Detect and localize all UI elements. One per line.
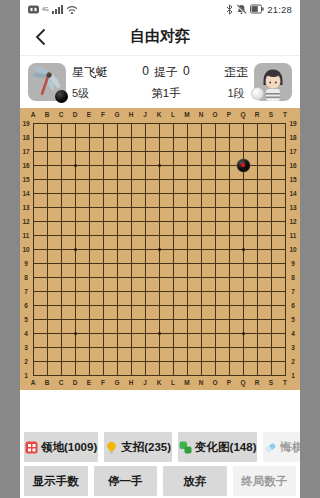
board-cell-G11[interactable] [110,228,124,242]
board-cell-T1[interactable] [278,368,292,382]
board-cell-A6[interactable] [26,298,40,312]
board-cell-M9[interactable] [180,256,194,270]
board-cell-K2[interactable] [152,354,166,368]
board-cell-T18[interactable] [278,130,292,144]
board-cell-P18[interactable] [222,130,236,144]
board-cell-L14[interactable] [166,186,180,200]
board-cell-A8[interactable] [26,270,40,284]
board-cell-R2[interactable] [250,354,264,368]
board-cell-Q1[interactable] [236,368,250,382]
board-cell-H10[interactable] [124,242,138,256]
board-cell-M5[interactable] [180,312,194,326]
board-cell-L10[interactable] [166,242,180,256]
board-cell-B6[interactable] [40,298,54,312]
board-cell-C13[interactable] [54,200,68,214]
board-cell-G3[interactable] [110,340,124,354]
board-cell-R6[interactable] [250,298,264,312]
board-cell-P14[interactable] [222,186,236,200]
board-cell-G15[interactable] [110,172,124,186]
board-cell-E19[interactable] [82,116,96,130]
variation-button[interactable]: 变化图(148) [178,432,257,462]
board-cell-O1[interactable] [208,368,222,382]
board-cell-B3[interactable] [40,340,54,354]
board-cell-A2[interactable] [26,354,40,368]
board-cell-C3[interactable] [54,340,68,354]
board-cell-F14[interactable] [96,186,110,200]
board-cell-C5[interactable] [54,312,68,326]
board-cell-S18[interactable] [264,130,278,144]
board-cell-D6[interactable] [68,298,82,312]
board-cell-R12[interactable] [250,214,264,228]
board-cell-M11[interactable] [180,228,194,242]
board-cell-R19[interactable] [250,116,264,130]
board-cell-H4[interactable] [124,326,138,340]
board-cell-M10[interactable] [180,242,194,256]
board-cell-B1[interactable] [40,368,54,382]
board-cell-S8[interactable] [264,270,278,284]
board-cell-B18[interactable] [40,130,54,144]
board-cell-D18[interactable] [68,130,82,144]
board-cell-K5[interactable] [152,312,166,326]
board-cell-L17[interactable] [166,144,180,158]
board-cell-H15[interactable] [124,172,138,186]
board-cell-N7[interactable] [194,284,208,298]
board-cell-S19[interactable] [264,116,278,130]
board-cell-O15[interactable] [208,172,222,186]
board-cell-R18[interactable] [250,130,264,144]
board-cell-H1[interactable] [124,368,138,382]
board-cell-B19[interactable] [40,116,54,130]
board-cell-D7[interactable] [68,284,82,298]
board-cell-C14[interactable] [54,186,68,200]
board-cell-E1[interactable] [82,368,96,382]
board-cell-R15[interactable] [250,172,264,186]
board-cell-E10[interactable] [82,242,96,256]
board-cell-L13[interactable] [166,200,180,214]
board-cell-T14[interactable] [278,186,292,200]
board-cell-F3[interactable] [96,340,110,354]
board-cell-H11[interactable] [124,228,138,242]
board-cell-F4[interactable] [96,326,110,340]
board-cell-H12[interactable] [124,214,138,228]
board-cell-S2[interactable] [264,354,278,368]
board-cell-E7[interactable] [82,284,96,298]
board-cell-L8[interactable] [166,270,180,284]
board-cell-H14[interactable] [124,186,138,200]
board-cell-T12[interactable] [278,214,292,228]
board-cell-N19[interactable] [194,116,208,130]
board-cell-G10[interactable] [110,242,124,256]
board-cell-H17[interactable] [124,144,138,158]
board-cell-A14[interactable] [26,186,40,200]
board-cell-K18[interactable] [152,130,166,144]
board-cell-D19[interactable] [68,116,82,130]
board-cell-K6[interactable] [152,298,166,312]
board-cell-O3[interactable] [208,340,222,354]
board-cell-M18[interactable] [180,130,194,144]
board-cell-J6[interactable] [138,298,152,312]
board-cell-T8[interactable] [278,270,292,284]
board-cell-G1[interactable] [110,368,124,382]
board-cell-T15[interactable] [278,172,292,186]
board-cell-S10[interactable] [264,242,278,256]
board-cell-E17[interactable] [82,144,96,158]
board-cell-S13[interactable] [264,200,278,214]
board-cell-S5[interactable] [264,312,278,326]
board-cell-D15[interactable] [68,172,82,186]
board-cell-P4[interactable] [222,326,236,340]
board-cell-A5[interactable] [26,312,40,326]
board-cell-O4[interactable] [208,326,222,340]
board-cell-H19[interactable] [124,116,138,130]
board-cell-B2[interactable] [40,354,54,368]
board-cell-H6[interactable] [124,298,138,312]
board-cell-K13[interactable] [152,200,166,214]
board-cell-N2[interactable] [194,354,208,368]
board-cell-F2[interactable] [96,354,110,368]
board-cell-A11[interactable] [26,228,40,242]
board-cell-K11[interactable] [152,228,166,242]
board-cell-N8[interactable] [194,270,208,284]
board-cell-B14[interactable] [40,186,54,200]
board-cell-T11[interactable] [278,228,292,242]
board-cell-Q8[interactable] [236,270,250,284]
board-cell-C7[interactable] [54,284,68,298]
board-cell-F12[interactable] [96,214,110,228]
board-cell-B15[interactable] [40,172,54,186]
board-cell-L19[interactable] [166,116,180,130]
board-cell-A13[interactable] [26,200,40,214]
undo-button[interactable]: 悔棋(494) [263,432,300,462]
board-cell-P5[interactable] [222,312,236,326]
board-cell-Q19[interactable] [236,116,250,130]
board-cell-C8[interactable] [54,270,68,284]
board-cell-G5[interactable] [110,312,124,326]
board-cell-J4[interactable] [138,326,152,340]
board-cell-D16[interactable] [68,158,82,172]
board-cell-B11[interactable] [40,228,54,242]
board-cell-O14[interactable] [208,186,222,200]
board-cell-F18[interactable] [96,130,110,144]
board-cell-N4[interactable] [194,326,208,340]
board-cell-O5[interactable] [208,312,222,326]
territory-button[interactable]: 领地(1009) [24,432,98,462]
board-cell-C4[interactable] [54,326,68,340]
board-cell-P7[interactable] [222,284,236,298]
board-cell-F16[interactable] [96,158,110,172]
board-cell-F15[interactable] [96,172,110,186]
board-cell-A10[interactable] [26,242,40,256]
board-cell-C6[interactable] [54,298,68,312]
board-cell-F6[interactable] [96,298,110,312]
board-cell-B12[interactable] [40,214,54,228]
board-cell-L18[interactable] [166,130,180,144]
board-cell-J12[interactable] [138,214,152,228]
board-cell-R10[interactable] [250,242,264,256]
board-cell-F1[interactable] [96,368,110,382]
board-cell-K14[interactable] [152,186,166,200]
board-cell-R11[interactable] [250,228,264,242]
board-cell-J7[interactable] [138,284,152,298]
board-cell-P10[interactable] [222,242,236,256]
board-cell-C18[interactable] [54,130,68,144]
board-cell-N13[interactable] [194,200,208,214]
board-cell-P1[interactable] [222,368,236,382]
board-cell-E6[interactable] [82,298,96,312]
board-cell-H2[interactable] [124,354,138,368]
board-cell-E11[interactable] [82,228,96,242]
board-cell-G19[interactable] [110,116,124,130]
board-cell-C1[interactable] [54,368,68,382]
board-cell-T19[interactable] [278,116,292,130]
board-cell-J17[interactable] [138,144,152,158]
board-cell-K8[interactable] [152,270,166,284]
board-cell-O19[interactable] [208,116,222,130]
board-cell-E5[interactable] [82,312,96,326]
board-cell-S6[interactable] [264,298,278,312]
board-cell-N16[interactable] [194,158,208,172]
board-cell-G9[interactable] [110,256,124,270]
board-cell-L4[interactable] [166,326,180,340]
board-cell-O16[interactable] [208,158,222,172]
board-cell-N15[interactable] [194,172,208,186]
board-cell-L6[interactable] [166,298,180,312]
board-cell-O12[interactable] [208,214,222,228]
board-cell-J15[interactable] [138,172,152,186]
board-cell-O18[interactable] [208,130,222,144]
board-cell-S3[interactable] [264,340,278,354]
board-cell-L12[interactable] [166,214,180,228]
board-cell-N3[interactable] [194,340,208,354]
board-cell-P2[interactable] [222,354,236,368]
final-count-button[interactable]: 终局数子 [233,466,297,496]
board-cell-Q14[interactable] [236,186,250,200]
board-cell-L7[interactable] [166,284,180,298]
board-cell-Q18[interactable] [236,130,250,144]
board-cell-K17[interactable] [152,144,166,158]
board-cell-T2[interactable] [278,354,292,368]
board-cell-G12[interactable] [110,214,124,228]
board-cell-O11[interactable] [208,228,222,242]
board-cell-T16[interactable] [278,158,292,172]
board-cell-F10[interactable] [96,242,110,256]
board-cell-R7[interactable] [250,284,264,298]
board-cell-B5[interactable] [40,312,54,326]
board-cell-E15[interactable] [82,172,96,186]
black-player-avatar[interactable] [28,63,66,101]
board-cell-P17[interactable] [222,144,236,158]
board-cell-J13[interactable] [138,200,152,214]
board-cell-K9[interactable] [152,256,166,270]
board-cell-M13[interactable] [180,200,194,214]
board-cell-P15[interactable] [222,172,236,186]
board-cell-C19[interactable] [54,116,68,130]
board-cell-O2[interactable] [208,354,222,368]
board-cell-K10[interactable] [152,242,166,256]
board-cell-D12[interactable] [68,214,82,228]
board-cell-P9[interactable] [222,256,236,270]
board-cell-S16[interactable] [264,158,278,172]
board-cell-D11[interactable] [68,228,82,242]
board-cell-S4[interactable] [264,326,278,340]
board-cell-L2[interactable] [166,354,180,368]
board-cell-A18[interactable] [26,130,40,144]
board-cell-J1[interactable] [138,368,152,382]
board-cell-P8[interactable] [222,270,236,284]
board-cell-E18[interactable] [82,130,96,144]
board-cell-F11[interactable] [96,228,110,242]
board-cell-O13[interactable] [208,200,222,214]
board-cell-C16[interactable] [54,158,68,172]
board-cell-A4[interactable] [26,326,40,340]
board-cell-A19[interactable] [26,116,40,130]
board-cell-J3[interactable] [138,340,152,354]
board-cell-Q7[interactable] [236,284,250,298]
board-cell-F9[interactable] [96,256,110,270]
board-cell-K12[interactable] [152,214,166,228]
board-cell-M1[interactable] [180,368,194,382]
board-cell-G6[interactable] [110,298,124,312]
board-cell-K1[interactable] [152,368,166,382]
board-cell-B9[interactable] [40,256,54,270]
board-cell-R9[interactable] [250,256,264,270]
board-cell-E9[interactable] [82,256,96,270]
board-cell-A15[interactable] [26,172,40,186]
board-cell-G18[interactable] [110,130,124,144]
board-cell-D3[interactable] [68,340,82,354]
board-cell-C12[interactable] [54,214,68,228]
board-cell-M16[interactable] [180,158,194,172]
board-cell-J19[interactable] [138,116,152,130]
board-cell-P3[interactable] [222,340,236,354]
board-cell-D14[interactable] [68,186,82,200]
board-cell-O7[interactable] [208,284,222,298]
board-cell-L5[interactable] [166,312,180,326]
board-cell-D13[interactable] [68,200,82,214]
board-cell-D1[interactable] [68,368,82,382]
board-cell-F8[interactable] [96,270,110,284]
resign-button[interactable]: 放弃 [163,466,227,496]
board-cell-J5[interactable] [138,312,152,326]
board-cell-R14[interactable] [250,186,264,200]
board-cell-C17[interactable] [54,144,68,158]
board-cell-R16[interactable] [250,158,264,172]
board-cell-M17[interactable] [180,144,194,158]
board-cell-N5[interactable] [194,312,208,326]
board-cell-P16[interactable] [222,158,236,172]
board-cell-M2[interactable] [180,354,194,368]
board-cell-H13[interactable] [124,200,138,214]
board-cell-H8[interactable] [124,270,138,284]
board-cell-H7[interactable] [124,284,138,298]
board-cell-F13[interactable] [96,200,110,214]
board-cell-N6[interactable] [194,298,208,312]
board-cell-P11[interactable] [222,228,236,242]
board-cell-N9[interactable] [194,256,208,270]
board-cell-F19[interactable] [96,116,110,130]
board-cell-E2[interactable] [82,354,96,368]
board-cell-B17[interactable] [40,144,54,158]
board-cell-N14[interactable] [194,186,208,200]
board-cell-R17[interactable] [250,144,264,158]
board-cell-R8[interactable] [250,270,264,284]
board-cell-L16[interactable] [166,158,180,172]
board-cell-K4[interactable] [152,326,166,340]
board-cell-M15[interactable] [180,172,194,186]
board-cell-J2[interactable] [138,354,152,368]
board-cell-R5[interactable] [250,312,264,326]
board-cell-D9[interactable] [68,256,82,270]
board-cell-T3[interactable] [278,340,292,354]
board-cell-D8[interactable] [68,270,82,284]
board-cell-J8[interactable] [138,270,152,284]
board-cell-Q15[interactable] [236,172,250,186]
board-cell-T7[interactable] [278,284,292,298]
board-cell-L15[interactable] [166,172,180,186]
board-cell-M12[interactable] [180,214,194,228]
board-cell-Q17[interactable] [236,144,250,158]
board-cell-A16[interactable] [26,158,40,172]
board-cell-Q10[interactable] [236,242,250,256]
board-cell-E14[interactable] [82,186,96,200]
board-cell-T13[interactable] [278,200,292,214]
board-cell-N11[interactable] [194,228,208,242]
board-cell-Q13[interactable] [236,200,250,214]
board-cell-M19[interactable] [180,116,194,130]
board-cell-N17[interactable] [194,144,208,158]
board-cell-N10[interactable] [194,242,208,256]
board-cell-N1[interactable] [194,368,208,382]
board-cell-J9[interactable] [138,256,152,270]
board-cell-R1[interactable] [250,368,264,382]
board-cell-F5[interactable] [96,312,110,326]
board-cell-A3[interactable] [26,340,40,354]
board-cell-G2[interactable] [110,354,124,368]
board-cell-P13[interactable] [222,200,236,214]
board-cell-J10[interactable] [138,242,152,256]
board-cell-T17[interactable] [278,144,292,158]
board-cell-S1[interactable] [264,368,278,382]
board-cell-O10[interactable] [208,242,222,256]
board-cell-A9[interactable] [26,256,40,270]
board-cell-T6[interactable] [278,298,292,312]
board-cell-M14[interactable] [180,186,194,200]
board-cell-B7[interactable] [40,284,54,298]
board-cell-E12[interactable] [82,214,96,228]
board-cell-S9[interactable] [264,256,278,270]
board-cell-P19[interactable] [222,116,236,130]
board-cell-S14[interactable] [264,186,278,200]
board-cell-C2[interactable] [54,354,68,368]
board-cell-Q11[interactable] [236,228,250,242]
board-cell-K7[interactable] [152,284,166,298]
board-cell-O9[interactable] [208,256,222,270]
board-cell-S15[interactable] [264,172,278,186]
board-cell-L9[interactable] [166,256,180,270]
board-cell-L1[interactable] [166,368,180,382]
board-cell-F17[interactable] [96,144,110,158]
board-cell-J14[interactable] [138,186,152,200]
board-cell-H9[interactable] [124,256,138,270]
board-cell-K19[interactable] [152,116,166,130]
board-cell-G14[interactable] [110,186,124,200]
board-cell-A7[interactable] [26,284,40,298]
board-cell-C9[interactable] [54,256,68,270]
board-cell-O17[interactable] [208,144,222,158]
board-cell-A17[interactable] [26,144,40,158]
board-cell-K3[interactable] [152,340,166,354]
board-cell-S17[interactable] [264,144,278,158]
